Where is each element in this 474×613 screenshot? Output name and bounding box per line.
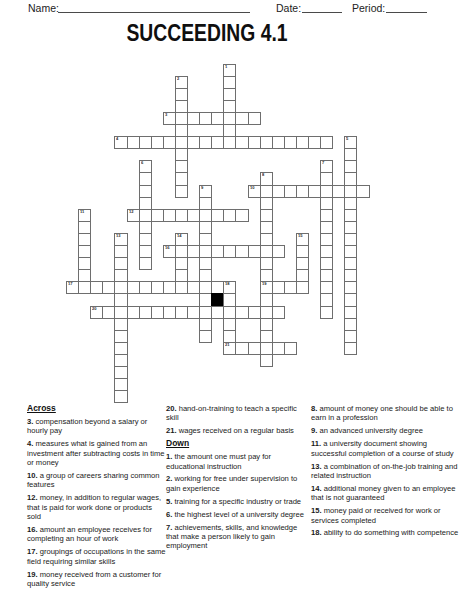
clue-down-7: 7. achievements, skills, and knowledge t… xyxy=(166,523,305,551)
clue-number-label: 16. xyxy=(27,525,40,534)
clue-number-label: 15. xyxy=(311,506,324,515)
clues-column-1: Across3. compensation beyond a salary or… xyxy=(27,404,167,592)
clue-down-6: 6. the highest level of a university deg… xyxy=(166,510,305,519)
grid-cell[interactable] xyxy=(320,172,333,186)
clue-down-13: 13. a combination of on-the-job training… xyxy=(311,462,463,481)
cell-number: 1 xyxy=(225,65,227,69)
cell-number: 17 xyxy=(68,282,73,286)
clue-number-label: 2. xyxy=(166,474,174,483)
clue-across-10: 10. a group of careers sharing common fe… xyxy=(27,471,167,490)
cell-number: 4 xyxy=(116,137,118,141)
cell-number: 10 xyxy=(250,186,255,190)
grid-cell[interactable] xyxy=(260,354,273,367)
cell-number: 20 xyxy=(92,307,97,311)
clue-down-2: 2. working for free under supervision to… xyxy=(166,474,305,493)
clue-across-17: 17. groupings of occupations in the same… xyxy=(27,547,167,566)
clue-number-label: 13. xyxy=(311,462,324,471)
crossword-grid: 123456789101112131415161718192021 xyxy=(0,0,474,404)
grid-cell[interactable] xyxy=(344,172,357,186)
clue-number-label: 4. xyxy=(27,439,35,448)
clue-down-18: 18. ability to do something with compete… xyxy=(311,528,463,537)
clue-number-label: 1. xyxy=(166,452,174,461)
clues-down-header: Down xyxy=(166,439,305,448)
cell-number: 18 xyxy=(225,282,230,286)
clue-across-19: 19. money received from a customer for q… xyxy=(27,570,167,589)
grid-cell[interactable] xyxy=(284,342,297,355)
grid-cell[interactable] xyxy=(296,281,309,294)
clues-column-2: 20. hand-on-training to teach a specific… xyxy=(166,404,305,554)
cell-number: 8 xyxy=(262,173,264,177)
grid-cell[interactable] xyxy=(199,330,212,343)
clue-down-15: 15. money paid or received for work or s… xyxy=(311,506,463,525)
grid-cell[interactable] xyxy=(272,245,285,258)
cell-number: 15 xyxy=(298,234,303,238)
grid-cell[interactable] xyxy=(356,185,370,198)
grid-cell[interactable] xyxy=(114,293,128,307)
clue-number-label: 12. xyxy=(27,493,40,502)
grid-cell[interactable] xyxy=(139,172,152,186)
clue-down-14: 14. additional money given to an employe… xyxy=(311,484,463,503)
clue-down-8: 8. amount of money one should be able to… xyxy=(311,404,463,423)
clue-number-label: 21. xyxy=(166,426,179,435)
cell-number: 14 xyxy=(177,234,182,238)
clue-down-9: 9. an advanced university degree xyxy=(311,426,463,435)
cell-number: 16 xyxy=(165,246,170,250)
grid-cell[interactable]: 4 xyxy=(114,136,128,149)
grid-cell[interactable] xyxy=(235,245,249,258)
clue-down-1: 1. the amount one must pay for education… xyxy=(166,452,305,471)
clue-number-label: 10. xyxy=(27,471,40,480)
cell-number: 6 xyxy=(141,161,143,165)
grid-cell[interactable] xyxy=(223,293,236,307)
grid-cell[interactable] xyxy=(235,342,249,355)
cell-number: 13 xyxy=(116,234,121,238)
cell-number: 5 xyxy=(346,137,348,141)
clue-across-3: 3. compensation beyond a salary or hourl… xyxy=(27,417,167,436)
clue-across-4: 4. measures what is gained from an inves… xyxy=(27,439,167,467)
clue-number-label: 7. xyxy=(166,523,174,532)
clue-down-11: 11. a university document showing succes… xyxy=(311,439,463,458)
grid-cell[interactable] xyxy=(320,306,333,319)
grid-cell[interactable] xyxy=(320,293,333,307)
cell-number: 11 xyxy=(80,210,84,214)
clue-number-label: 11. xyxy=(311,439,323,448)
cell-number: 9 xyxy=(201,186,203,190)
clue-across-20: 20. hand-on-training to teach a specific… xyxy=(166,404,305,423)
clue-number-label: 20. xyxy=(166,404,179,413)
grid-cell[interactable] xyxy=(235,112,249,125)
clue-number-label: 14. xyxy=(311,484,324,493)
clue-number-label: 3. xyxy=(27,417,35,426)
clues-across-header: Across xyxy=(27,404,167,413)
grid-cell[interactable] xyxy=(344,293,357,307)
clue-number-label: 6. xyxy=(166,510,174,519)
grid-cell[interactable] xyxy=(260,293,273,307)
grid-cell[interactable] xyxy=(248,112,261,125)
grid-cell[interactable] xyxy=(235,136,249,149)
grid-cell[interactable] xyxy=(320,136,333,149)
clue-down-5: 5. training for a specific industry or t… xyxy=(166,497,305,506)
cell-number: 7 xyxy=(322,161,324,165)
cell-number: 2 xyxy=(177,77,179,81)
clues-column-3: 8. amount of money one should be able to… xyxy=(311,404,463,541)
grid-cell[interactable] xyxy=(235,209,249,222)
cell-number: 19 xyxy=(262,282,267,286)
clue-number-label: 17. xyxy=(27,547,40,556)
clue-number-label: 5. xyxy=(166,497,174,506)
clue-number-label: 19. xyxy=(27,570,40,579)
grid-cell[interactable] xyxy=(235,306,249,319)
clue-across-21: 21. wages received on a regular basis xyxy=(166,426,305,435)
clue-across-12: 12. money, in addition to regular wages,… xyxy=(27,493,167,521)
grid-cell[interactable] xyxy=(139,257,152,270)
clue-number-label: 8. xyxy=(311,404,319,413)
crossword-worksheet: Name: Date: Period: SUCCEEDING 4.1 12345… xyxy=(0,0,474,613)
grid-cell[interactable] xyxy=(114,390,128,403)
cell-number: 21 xyxy=(225,343,230,347)
cell-number: 3 xyxy=(165,113,167,117)
clue-across-16: 16. amount an employee receives for comp… xyxy=(27,525,167,544)
grid-cell[interactable]: 8 xyxy=(260,172,273,186)
grid-cell[interactable] xyxy=(344,342,357,355)
cell-number: 12 xyxy=(129,210,134,214)
clue-number-label: 18. xyxy=(311,528,324,537)
grid-cell[interactable] xyxy=(272,306,285,319)
clue-number-label: 9. xyxy=(311,426,319,435)
grid-cell[interactable] xyxy=(175,172,188,186)
grid-cell[interactable] xyxy=(175,185,188,198)
